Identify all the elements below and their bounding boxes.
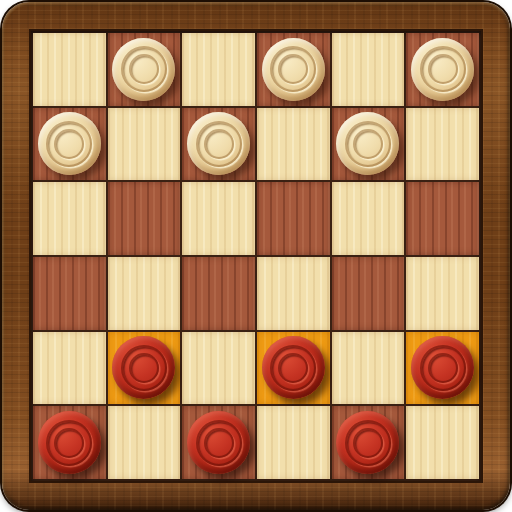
square-r2c2[interactable] — [108, 108, 181, 181]
square-r3c1[interactable] — [33, 182, 106, 255]
red-piece[interactable] — [262, 336, 325, 399]
square-r3c6[interactable] — [406, 182, 479, 255]
white-piece[interactable] — [38, 112, 101, 175]
piece-ring — [353, 129, 383, 159]
square-r2c3[interactable] — [182, 108, 255, 181]
square-r5c5[interactable] — [332, 332, 405, 405]
square-r4c3[interactable] — [182, 257, 255, 330]
piece-ring — [353, 428, 383, 458]
square-r1c4[interactable] — [257, 33, 330, 106]
square-r5c3[interactable] — [182, 332, 255, 405]
square-r4c6[interactable] — [406, 257, 479, 330]
piece-ring — [129, 353, 159, 383]
square-r6c5[interactable] — [332, 406, 405, 479]
white-piece[interactable] — [411, 38, 474, 101]
square-r5c1[interactable] — [33, 332, 106, 405]
white-piece[interactable] — [336, 112, 399, 175]
piece-ring — [428, 353, 458, 383]
square-r5c2[interactable] — [108, 332, 181, 405]
white-piece[interactable] — [112, 38, 175, 101]
square-r1c5[interactable] — [332, 33, 405, 106]
square-r5c6[interactable] — [406, 332, 479, 405]
piece-ring — [54, 428, 84, 458]
square-r3c4[interactable] — [257, 182, 330, 255]
square-r2c4[interactable] — [257, 108, 330, 181]
red-piece[interactable] — [411, 336, 474, 399]
piece-ring — [428, 54, 458, 84]
square-r1c3[interactable] — [182, 33, 255, 106]
square-r4c5[interactable] — [332, 257, 405, 330]
square-r3c5[interactable] — [332, 182, 405, 255]
square-r6c2[interactable] — [108, 406, 181, 479]
game-canvas — [0, 0, 512, 512]
square-r6c1[interactable] — [33, 406, 106, 479]
red-piece[interactable] — [187, 411, 250, 474]
piece-ring — [204, 428, 234, 458]
square-r2c5[interactable] — [332, 108, 405, 181]
square-r2c6[interactable] — [406, 108, 479, 181]
white-piece[interactable] — [262, 38, 325, 101]
white-piece[interactable] — [187, 112, 250, 175]
square-r5c4[interactable] — [257, 332, 330, 405]
square-r4c2[interactable] — [108, 257, 181, 330]
square-r2c1[interactable] — [33, 108, 106, 181]
red-piece[interactable] — [112, 336, 175, 399]
square-r3c2[interactable] — [108, 182, 181, 255]
square-r6c3[interactable] — [182, 406, 255, 479]
square-r3c3[interactable] — [182, 182, 255, 255]
square-r1c6[interactable] — [406, 33, 479, 106]
square-r6c6[interactable] — [406, 406, 479, 479]
square-r6c4[interactable] — [257, 406, 330, 479]
square-r1c1[interactable] — [33, 33, 106, 106]
piece-ring — [204, 129, 234, 159]
red-piece[interactable] — [38, 411, 101, 474]
board-grid — [29, 29, 483, 483]
square-r1c2[interactable] — [108, 33, 181, 106]
red-piece[interactable] — [336, 411, 399, 474]
square-r4c4[interactable] — [257, 257, 330, 330]
square-r4c1[interactable] — [33, 257, 106, 330]
